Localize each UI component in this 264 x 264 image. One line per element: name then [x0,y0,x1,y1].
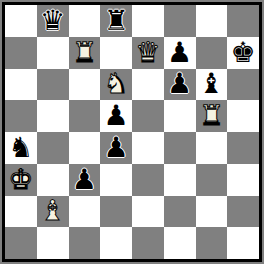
square-d7[interactable] [100,37,132,69]
square-e8[interactable] [132,5,164,37]
square-d3[interactable] [100,164,132,196]
square-f3[interactable] [164,164,196,196]
square-g6[interactable]: ♝ [196,69,228,101]
square-f4[interactable] [164,132,196,164]
square-e1[interactable] [132,227,164,259]
square-a1[interactable] [5,227,37,259]
board-border: ♛♜♜♛♟♚♞♟♝♟♜♞♟♚♟♝ [2,2,262,262]
square-b2[interactable]: ♝ [37,196,69,228]
square-h2[interactable] [227,196,259,228]
square-b7[interactable] [37,37,69,69]
square-d2[interactable] [100,196,132,228]
square-b8[interactable]: ♛ [37,5,69,37]
black-pawn[interactable]: ♟ [167,39,192,67]
black-pawn[interactable]: ♟ [167,70,192,98]
square-c4[interactable] [69,132,101,164]
square-d5[interactable]: ♟ [100,100,132,132]
square-b1[interactable] [37,227,69,259]
square-h3[interactable] [227,164,259,196]
square-b3[interactable] [37,164,69,196]
square-a6[interactable] [5,69,37,101]
black-queen[interactable]: ♛ [40,7,65,35]
black-knight[interactable]: ♞ [8,134,33,162]
square-h5[interactable] [227,100,259,132]
square-d8[interactable]: ♜ [100,5,132,37]
square-e6[interactable] [132,69,164,101]
square-f7[interactable]: ♟ [164,37,196,69]
white-knight[interactable]: ♞ [104,70,129,98]
chess-board[interactable]: ♛♜♜♛♟♚♞♟♝♟♜♞♟♚♟♝ [5,5,259,259]
square-h8[interactable] [227,5,259,37]
black-rook[interactable]: ♜ [104,7,129,35]
square-e4[interactable] [132,132,164,164]
square-c8[interactable] [69,5,101,37]
square-a2[interactable] [5,196,37,228]
square-c7[interactable]: ♜ [69,37,101,69]
square-a4[interactable]: ♞ [5,132,37,164]
square-e2[interactable] [132,196,164,228]
board-frame: ♛♜♜♛♟♚♞♟♝♟♜♞♟♚♟♝ [0,0,264,264]
square-c6[interactable] [69,69,101,101]
black-pawn[interactable]: ♟ [72,166,97,194]
square-f5[interactable] [164,100,196,132]
square-h6[interactable] [227,69,259,101]
square-e5[interactable] [132,100,164,132]
white-king[interactable]: ♚ [8,166,33,194]
square-e7[interactable]: ♛ [132,37,164,69]
white-queen[interactable]: ♛ [135,39,160,67]
square-g3[interactable] [196,164,228,196]
square-g7[interactable] [196,37,228,69]
square-g8[interactable] [196,5,228,37]
square-g4[interactable] [196,132,228,164]
square-f8[interactable] [164,5,196,37]
square-f1[interactable] [164,227,196,259]
white-bishop[interactable]: ♝ [40,197,65,225]
square-c3[interactable]: ♟ [69,164,101,196]
square-d4[interactable]: ♟ [100,132,132,164]
black-bishop[interactable]: ♝ [199,70,224,98]
square-d1[interactable] [100,227,132,259]
square-a8[interactable] [5,5,37,37]
square-b5[interactable] [37,100,69,132]
square-g5[interactable]: ♜ [196,100,228,132]
square-g2[interactable] [196,196,228,228]
black-pawn[interactable]: ♟ [104,134,129,162]
square-b4[interactable] [37,132,69,164]
square-e3[interactable] [132,164,164,196]
square-a7[interactable] [5,37,37,69]
black-king[interactable]: ♚ [231,39,256,67]
square-f2[interactable] [164,196,196,228]
square-d6[interactable]: ♞ [100,69,132,101]
white-rook[interactable]: ♜ [199,102,224,130]
square-f6[interactable]: ♟ [164,69,196,101]
square-a5[interactable] [5,100,37,132]
square-g1[interactable] [196,227,228,259]
square-h7[interactable]: ♚ [227,37,259,69]
square-b6[interactable] [37,69,69,101]
square-h4[interactable] [227,132,259,164]
square-c2[interactable] [69,196,101,228]
square-c1[interactable] [69,227,101,259]
square-c5[interactable] [69,100,101,132]
white-rook[interactable]: ♜ [72,39,97,67]
square-a3[interactable]: ♚ [5,164,37,196]
black-pawn[interactable]: ♟ [104,102,129,130]
square-h1[interactable] [227,227,259,259]
